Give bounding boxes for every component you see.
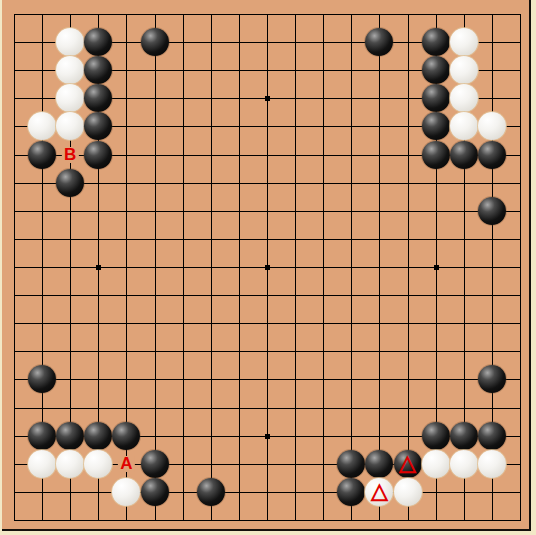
grid-line bbox=[295, 14, 296, 521]
black-stone[interactable] bbox=[422, 56, 450, 84]
black-stone[interactable] bbox=[28, 365, 56, 393]
black-stone[interactable] bbox=[84, 56, 112, 84]
grid-line bbox=[14, 408, 521, 409]
star-point bbox=[96, 265, 101, 270]
go-board-screenshot: { "game": "go", "board": { "size": 19, "… bbox=[0, 0, 536, 535]
black-stone[interactable] bbox=[84, 141, 112, 169]
black-stone[interactable] bbox=[56, 422, 84, 450]
white-stone[interactable] bbox=[450, 450, 478, 478]
grid-line bbox=[351, 14, 352, 521]
star-point bbox=[265, 434, 270, 439]
black-stone[interactable] bbox=[422, 28, 450, 56]
star-point bbox=[434, 265, 439, 270]
white-stone[interactable] bbox=[394, 478, 422, 506]
white-stone[interactable] bbox=[478, 450, 506, 478]
black-stone[interactable] bbox=[365, 28, 393, 56]
go-board[interactable]: △△AB bbox=[0, 0, 536, 535]
point-label-b[interactable]: B bbox=[62, 147, 78, 163]
black-stone[interactable] bbox=[450, 422, 478, 450]
grid-line bbox=[323, 14, 324, 521]
black-stone[interactable] bbox=[112, 422, 140, 450]
white-stone[interactable] bbox=[478, 112, 506, 140]
grid-line bbox=[14, 295, 521, 296]
black-stone[interactable] bbox=[478, 422, 506, 450]
black-stone[interactable] bbox=[337, 450, 365, 478]
black-stone[interactable] bbox=[478, 365, 506, 393]
star-point bbox=[265, 265, 270, 270]
black-stone[interactable] bbox=[28, 422, 56, 450]
grid-line bbox=[14, 520, 521, 521]
black-stone[interactable] bbox=[84, 112, 112, 140]
black-stone[interactable] bbox=[56, 169, 84, 197]
black-stone[interactable] bbox=[422, 141, 450, 169]
grid-line bbox=[520, 14, 521, 521]
grid-line bbox=[408, 14, 409, 521]
white-stone[interactable] bbox=[56, 112, 84, 140]
white-stone[interactable] bbox=[450, 84, 478, 112]
white-stone[interactable] bbox=[450, 112, 478, 140]
black-stone[interactable] bbox=[422, 84, 450, 112]
black-stone[interactable] bbox=[84, 84, 112, 112]
black-stone[interactable] bbox=[141, 450, 169, 478]
grid-line bbox=[14, 379, 521, 380]
point-label-a[interactable]: A bbox=[118, 456, 134, 472]
grid-line bbox=[14, 492, 521, 493]
grid-line bbox=[14, 351, 521, 352]
white-stone[interactable] bbox=[56, 28, 84, 56]
white-stone[interactable] bbox=[28, 112, 56, 140]
grid-line bbox=[379, 14, 380, 521]
black-stone[interactable] bbox=[422, 422, 450, 450]
black-stone[interactable] bbox=[84, 28, 112, 56]
black-stone[interactable] bbox=[365, 450, 393, 478]
black-stone[interactable] bbox=[422, 112, 450, 140]
black-stone[interactable] bbox=[478, 141, 506, 169]
black-stone[interactable] bbox=[84, 422, 112, 450]
white-stone[interactable] bbox=[365, 478, 393, 506]
white-stone[interactable] bbox=[84, 450, 112, 478]
grid-line bbox=[14, 323, 521, 324]
black-stone[interactable] bbox=[141, 28, 169, 56]
white-stone[interactable] bbox=[450, 56, 478, 84]
black-stone[interactable] bbox=[394, 450, 422, 478]
white-stone[interactable] bbox=[28, 450, 56, 478]
white-stone[interactable] bbox=[56, 56, 84, 84]
white-stone[interactable] bbox=[422, 450, 450, 478]
black-stone[interactable] bbox=[28, 141, 56, 169]
black-stone[interactable] bbox=[141, 478, 169, 506]
white-stone[interactable] bbox=[56, 450, 84, 478]
black-stone[interactable] bbox=[450, 141, 478, 169]
black-stone[interactable] bbox=[337, 478, 365, 506]
white-stone[interactable] bbox=[56, 84, 84, 112]
white-stone[interactable] bbox=[450, 28, 478, 56]
white-stone[interactable] bbox=[112, 478, 140, 506]
black-stone[interactable] bbox=[197, 478, 225, 506]
star-point bbox=[265, 96, 270, 101]
black-stone[interactable] bbox=[478, 197, 506, 225]
